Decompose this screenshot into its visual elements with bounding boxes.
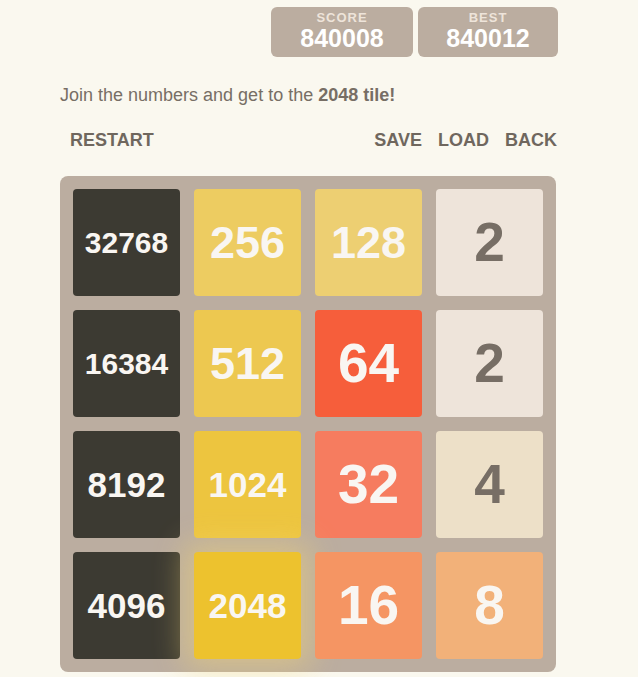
load-button[interactable]: LOAD bbox=[438, 130, 489, 151]
save-button[interactable]: SAVE bbox=[374, 130, 422, 151]
intro-text-bold: 2048 tile! bbox=[318, 85, 395, 105]
tile-r1c2: 64 bbox=[315, 310, 422, 417]
tile-r2c1: 1024 bbox=[194, 431, 301, 538]
tile-r1c3: 2 bbox=[436, 310, 543, 417]
tile-r2c0: 8192 bbox=[73, 431, 180, 538]
score-box: SCORE 840008 bbox=[271, 7, 413, 57]
game-container: SCORE 840008 BEST 840012 Join the number… bbox=[60, 0, 558, 672]
game-intro-text: Join the numbers and get to the 2048 til… bbox=[60, 57, 558, 106]
back-button[interactable]: BACK bbox=[505, 130, 557, 151]
game-board[interactable]: 32768 256 128 2 16384 512 64 2 8192 1024… bbox=[60, 176, 556, 672]
intro-text-normal: Join the numbers and get to the bbox=[60, 85, 318, 105]
tile-r0c3: 2 bbox=[436, 189, 543, 296]
tile-r0c2: 128 bbox=[315, 189, 422, 296]
tile-r2c2: 32 bbox=[315, 431, 422, 538]
tile-r2c3: 4 bbox=[436, 431, 543, 538]
tile-r0c1: 256 bbox=[194, 189, 301, 296]
tile-r3c0: 4096 bbox=[73, 552, 180, 659]
tile-r1c0: 16384 bbox=[73, 310, 180, 417]
best-value: 840012 bbox=[446, 25, 529, 53]
tile-r1c1: 512 bbox=[194, 310, 301, 417]
tile-r3c1: 2048 bbox=[194, 552, 301, 659]
scores-row: SCORE 840008 BEST 840012 bbox=[60, 0, 558, 57]
score-label: SCORE bbox=[316, 11, 367, 25]
best-label: BEST bbox=[469, 11, 508, 25]
toolbar-right-group: SAVE LOAD BACK bbox=[374, 130, 558, 151]
tile-r3c3: 8 bbox=[436, 552, 543, 659]
tile-r3c2: 16 bbox=[315, 552, 422, 659]
toolbar: RESTART SAVE LOAD BACK bbox=[60, 106, 558, 151]
score-value: 840008 bbox=[300, 25, 383, 53]
tile-r0c0: 32768 bbox=[73, 189, 180, 296]
best-box: BEST 840012 bbox=[418, 7, 558, 57]
restart-button[interactable]: RESTART bbox=[70, 130, 154, 151]
